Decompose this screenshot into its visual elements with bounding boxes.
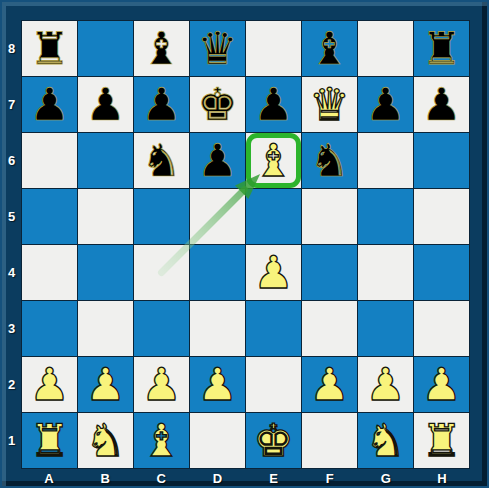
square-h5[interactable] — [414, 189, 469, 244]
square-b2[interactable]: ♟ — [78, 357, 133, 412]
square-h8[interactable]: ♜ — [414, 21, 469, 76]
black-queen-d8[interactable]: ♛ — [190, 21, 245, 76]
square-g5[interactable] — [358, 189, 413, 244]
black-pawn-e7[interactable]: ♟ — [246, 77, 301, 132]
black-knight-f6[interactable]: ♞ — [302, 133, 357, 188]
file-label-E: E — [246, 469, 302, 487]
white-queen-f7[interactable]: ♛ — [302, 77, 357, 132]
white-knight-g1[interactable]: ♞ — [358, 413, 413, 468]
black-pawn-a7[interactable]: ♟ — [22, 77, 77, 132]
rank-label-6: 6 — [2, 132, 21, 188]
rank-label-1: 1 — [2, 413, 21, 469]
white-pawn-h2[interactable]: ♟ — [414, 357, 469, 412]
square-a1[interactable]: ♜ — [22, 413, 77, 468]
square-g6[interactable] — [358, 133, 413, 188]
square-e4[interactable]: ♟ — [246, 245, 301, 300]
square-g4[interactable] — [358, 245, 413, 300]
square-e3[interactable] — [246, 301, 301, 356]
square-e2[interactable] — [246, 357, 301, 412]
square-a7[interactable]: ♟ — [22, 77, 77, 132]
square-g8[interactable] — [358, 21, 413, 76]
black-rook-a8[interactable]: ♜ — [22, 21, 77, 76]
square-a4[interactable] — [22, 245, 77, 300]
square-g3[interactable] — [358, 301, 413, 356]
square-e6[interactable]: ♝ — [246, 133, 301, 188]
square-c8[interactable]: ♝ — [134, 21, 189, 76]
black-rook-h8[interactable]: ♜ — [414, 21, 469, 76]
square-b8[interactable] — [78, 21, 133, 76]
white-pawn-f2[interactable]: ♟ — [302, 357, 357, 412]
black-pawn-c7[interactable]: ♟ — [134, 77, 189, 132]
square-f8[interactable]: ♝ — [302, 21, 357, 76]
rank-label-3: 3 — [2, 301, 21, 357]
square-a2[interactable]: ♟ — [22, 357, 77, 412]
black-knight-c6[interactable]: ♞ — [134, 133, 189, 188]
square-c3[interactable] — [134, 301, 189, 356]
square-h4[interactable] — [414, 245, 469, 300]
square-b4[interactable] — [78, 245, 133, 300]
square-f7[interactable]: ♛ — [302, 77, 357, 132]
white-king-e1[interactable]: ♚ — [246, 413, 301, 468]
white-rook-h1[interactable]: ♜ — [414, 413, 469, 468]
black-bishop-c8[interactable]: ♝ — [134, 21, 189, 76]
rank-label-2: 2 — [2, 357, 21, 413]
rank-label-7: 7 — [2, 76, 21, 132]
file-labels: ABCDEFGH — [21, 469, 470, 487]
square-f4[interactable] — [302, 245, 357, 300]
square-a8[interactable]: ♜ — [22, 21, 77, 76]
square-d2[interactable]: ♟ — [190, 357, 245, 412]
square-d8[interactable]: ♛ — [190, 21, 245, 76]
file-label-A: A — [21, 469, 77, 487]
rank-labels: 87654321 — [2, 20, 21, 469]
square-d1[interactable] — [190, 413, 245, 468]
black-pawn-g7[interactable]: ♟ — [358, 77, 413, 132]
square-d6[interactable]: ♟ — [190, 133, 245, 188]
square-d7[interactable]: ♚ — [190, 77, 245, 132]
square-h2[interactable]: ♟ — [414, 357, 469, 412]
square-h1[interactable]: ♜ — [414, 413, 469, 468]
black-pawn-b7[interactable]: ♟ — [78, 77, 133, 132]
black-king-d7[interactable]: ♚ — [190, 77, 245, 132]
square-e1[interactable]: ♚ — [246, 413, 301, 468]
file-label-G: G — [358, 469, 414, 487]
square-c6[interactable]: ♞ — [134, 133, 189, 188]
black-pawn-h7[interactable]: ♟ — [414, 77, 469, 132]
square-h6[interactable] — [414, 133, 469, 188]
black-pawn-d6[interactable]: ♟ — [190, 133, 245, 188]
white-pawn-d2[interactable]: ♟ — [190, 357, 245, 412]
white-bishop-e6[interactable]: ♝ — [246, 133, 301, 188]
rank-label-4: 4 — [2, 245, 21, 301]
square-g1[interactable]: ♞ — [358, 413, 413, 468]
square-f1[interactable] — [302, 413, 357, 468]
white-pawn-a2[interactable]: ♟ — [22, 357, 77, 412]
square-f5[interactable] — [302, 189, 357, 244]
file-label-C: C — [133, 469, 189, 487]
square-c7[interactable]: ♟ — [134, 77, 189, 132]
white-pawn-g2[interactable]: ♟ — [358, 357, 413, 412]
square-c5[interactable] — [134, 189, 189, 244]
square-a6[interactable] — [22, 133, 77, 188]
square-g7[interactable]: ♟ — [358, 77, 413, 132]
white-pawn-c2[interactable]: ♟ — [134, 357, 189, 412]
square-d5[interactable] — [190, 189, 245, 244]
square-f6[interactable]: ♞ — [302, 133, 357, 188]
square-c4[interactable] — [134, 245, 189, 300]
square-a5[interactable] — [22, 189, 77, 244]
white-pawn-b2[interactable]: ♟ — [78, 357, 133, 412]
square-c2[interactable]: ♟ — [134, 357, 189, 412]
square-b5[interactable] — [78, 189, 133, 244]
rank-label-8: 8 — [2, 20, 21, 76]
white-pawn-e4[interactable]: ♟ — [246, 245, 301, 300]
square-e8[interactable] — [246, 21, 301, 76]
black-bishop-f8[interactable]: ♝ — [302, 21, 357, 76]
square-e5[interactable] — [246, 189, 301, 244]
square-g2[interactable]: ♟ — [358, 357, 413, 412]
square-f3[interactable] — [302, 301, 357, 356]
square-d3[interactable] — [190, 301, 245, 356]
square-e7[interactable]: ♟ — [246, 77, 301, 132]
file-label-B: B — [77, 469, 133, 487]
white-knight-b1[interactable]: ♞ — [78, 413, 133, 468]
file-label-D: D — [189, 469, 245, 487]
rank-label-5: 5 — [2, 188, 21, 244]
white-rook-a1[interactable]: ♜ — [22, 413, 77, 468]
square-h3[interactable] — [414, 301, 469, 356]
square-b7[interactable]: ♟ — [78, 77, 133, 132]
board: ♜♝♛♝♜♟♟♟♚♟♛♟♟♞♟♝♞♟♟♟♟♟♟♟♟♜♞♝♚♞♜ — [21, 20, 470, 469]
square-f2[interactable]: ♟ — [302, 357, 357, 412]
square-b3[interactable] — [78, 301, 133, 356]
square-d4[interactable] — [190, 245, 245, 300]
square-b6[interactable] — [78, 133, 133, 188]
square-a3[interactable] — [22, 301, 77, 356]
file-label-H: H — [414, 469, 470, 487]
square-c1[interactable]: ♝ — [134, 413, 189, 468]
file-label-F: F — [302, 469, 358, 487]
white-bishop-c1[interactable]: ♝ — [134, 413, 189, 468]
board-frame: 87654321 ♜♝♛♝♜♟♟♟♚♟♛♟♟♞♟♝♞♟♟♟♟♟♟♟♟♜♞♝♚♞♜… — [0, 0, 489, 488]
square-h7[interactable]: ♟ — [414, 77, 469, 132]
square-b1[interactable]: ♞ — [78, 413, 133, 468]
